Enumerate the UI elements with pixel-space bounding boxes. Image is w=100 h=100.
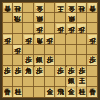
- piece-金-gote[interactable]: 金: [35, 3, 44, 13]
- square-9a[interactable]: 香: [2, 2, 13, 13]
- square-1d[interactable]: 歩: [87, 34, 98, 45]
- square-2i[interactable]: 桂: [77, 87, 88, 98]
- piece-歩-sente[interactable]: 歩: [35, 67, 44, 77]
- square-3f[interactable]: [66, 55, 77, 66]
- square-6i[interactable]: [34, 87, 45, 98]
- square-4h[interactable]: [55, 77, 66, 88]
- square-7a[interactable]: [23, 2, 34, 13]
- piece-香-gote[interactable]: 香: [88, 3, 97, 13]
- square-2c[interactable]: 歩: [77, 23, 88, 34]
- piece-金-gote[interactable]: 金: [67, 3, 76, 13]
- square-4a[interactable]: 王: [55, 2, 66, 13]
- square-5a[interactable]: [45, 2, 56, 13]
- square-5d[interactable]: 歩: [45, 34, 56, 45]
- square-9g[interactable]: 歩: [2, 66, 13, 77]
- square-2f[interactable]: [77, 55, 88, 66]
- piece-桂-gote[interactable]: 桂: [13, 3, 22, 13]
- square-7c[interactable]: [23, 23, 34, 34]
- piece-王-gote[interactable]: 王: [56, 3, 65, 13]
- square-4c[interactable]: 歩: [55, 23, 66, 34]
- square-3h[interactable]: 銀: [66, 77, 77, 88]
- square-8g[interactable]: 歩: [13, 66, 24, 77]
- piece-歩-gote[interactable]: 歩: [3, 35, 12, 45]
- square-4b[interactable]: [55, 13, 66, 24]
- square-7f[interactable]: 歩: [23, 55, 34, 66]
- square-5h[interactable]: [45, 77, 56, 88]
- square-2g[interactable]: 歩: [77, 66, 88, 77]
- piece-角-gote[interactable]: 角: [35, 35, 44, 45]
- square-2a[interactable]: 桂: [77, 2, 88, 13]
- piece-歩-gote[interactable]: 歩: [77, 24, 86, 34]
- piece-歩-gote[interactable]: 歩: [45, 35, 54, 45]
- square-5i[interactable]: 金: [45, 87, 56, 98]
- square-5b[interactable]: [45, 13, 56, 24]
- square-4i[interactable]: 飛: [55, 87, 66, 98]
- square-1h[interactable]: [87, 77, 98, 88]
- square-9b[interactable]: [2, 13, 13, 24]
- piece-歩-sente[interactable]: 歩: [67, 67, 76, 77]
- piece-桂-gote[interactable]: 桂: [77, 3, 86, 13]
- piece-香-sente[interactable]: 香: [3, 88, 12, 98]
- piece-歩-sente[interactable]: 歩: [13, 67, 22, 77]
- piece-歩-gote[interactable]: 歩: [24, 35, 33, 45]
- square-3i[interactable]: 金: [66, 87, 77, 98]
- square-9f[interactable]: [2, 55, 13, 66]
- piece-歩-gote[interactable]: 歩: [13, 45, 22, 55]
- square-4g[interactable]: 歩: [55, 66, 66, 77]
- square-8b[interactable]: 飛: [13, 13, 24, 24]
- piece-歩-sente[interactable]: 歩: [45, 56, 54, 66]
- square-1c[interactable]: [87, 23, 98, 34]
- square-6a[interactable]: 金: [34, 2, 45, 13]
- piece-桂-sente[interactable]: 桂: [77, 88, 86, 98]
- square-7b[interactable]: [23, 13, 34, 24]
- square-9d[interactable]: 歩: [2, 34, 13, 45]
- piece-金-sente[interactable]: 金: [67, 88, 76, 98]
- piece-歩-sente[interactable]: 歩: [3, 67, 12, 77]
- square-5e[interactable]: [45, 45, 56, 56]
- square-6b[interactable]: 銀: [34, 13, 45, 24]
- square-8d[interactable]: [13, 34, 24, 45]
- square-6c[interactable]: 歩: [34, 23, 45, 34]
- square-6d[interactable]: 角: [34, 34, 45, 45]
- square-4d[interactable]: [55, 34, 66, 45]
- square-2h[interactable]: 王: [77, 77, 88, 88]
- square-3a[interactable]: 金: [66, 2, 77, 13]
- piece-歩-sente[interactable]: 歩: [24, 56, 33, 66]
- piece-飛-sente[interactable]: 飛: [56, 88, 65, 98]
- square-8f[interactable]: [13, 55, 24, 66]
- shogi-app: 香桂金王金桂香飛銀銀歩歩歩歩歩歩角歩歩歩歩銀歩歩歩歩角歩歩歩歩銀王香桂金飛金桂香: [0, 0, 100, 100]
- square-2e[interactable]: [77, 45, 88, 56]
- piece-桂-sente[interactable]: 桂: [13, 88, 22, 98]
- square-8c[interactable]: [13, 23, 24, 34]
- square-8e[interactable]: 歩: [13, 45, 24, 56]
- square-6f[interactable]: 銀: [34, 55, 45, 66]
- piece-歩-gote[interactable]: 歩: [67, 24, 76, 34]
- square-5f[interactable]: 歩: [45, 55, 56, 66]
- piece-歩-gote[interactable]: 歩: [56, 24, 65, 34]
- square-4f[interactable]: [55, 55, 66, 66]
- piece-歩-sente[interactable]: 歩: [56, 67, 65, 77]
- square-8i[interactable]: 桂: [13, 87, 24, 98]
- square-6h[interactable]: [34, 77, 45, 88]
- piece-金-sente[interactable]: 金: [45, 88, 54, 98]
- square-6e[interactable]: [34, 45, 45, 56]
- square-8a[interactable]: 桂: [13, 2, 24, 13]
- square-6g[interactable]: 歩: [34, 66, 45, 77]
- square-9c[interactable]: [2, 23, 13, 34]
- piece-歩-sente[interactable]: 歩: [77, 67, 86, 77]
- square-3g[interactable]: 歩: [66, 66, 77, 77]
- piece-角-sente[interactable]: 角: [24, 67, 33, 77]
- square-7h[interactable]: [23, 77, 34, 88]
- square-4e[interactable]: [55, 45, 66, 56]
- square-8h[interactable]: [13, 77, 24, 88]
- square-9i[interactable]: 香: [2, 87, 13, 98]
- piece-香-sente[interactable]: 香: [88, 88, 97, 98]
- square-1i[interactable]: 香: [87, 87, 98, 98]
- square-1a[interactable]: 香: [87, 2, 98, 13]
- shogi-board: 香桂金王金桂香飛銀銀歩歩歩歩歩歩角歩歩歩歩銀歩歩歩歩角歩歩歩歩銀王香桂金飛金桂香: [2, 2, 98, 98]
- piece-銀-gote[interactable]: 銀: [35, 13, 44, 23]
- square-9e[interactable]: [2, 45, 13, 56]
- piece-王-sente[interactable]: 王: [77, 77, 86, 87]
- square-7i[interactable]: [23, 87, 34, 98]
- square-1f[interactable]: 歩: [87, 55, 98, 66]
- square-7d[interactable]: 歩: [23, 34, 34, 45]
- piece-歩-sente[interactable]: 歩: [88, 56, 97, 66]
- piece-銀-gote[interactable]: 銀: [67, 13, 76, 23]
- square-5c[interactable]: [45, 23, 56, 34]
- square-3e[interactable]: [66, 45, 77, 56]
- piece-銀-sente[interactable]: 銀: [35, 56, 44, 66]
- square-3c[interactable]: 歩: [66, 23, 77, 34]
- square-2d[interactable]: [77, 34, 88, 45]
- square-3d[interactable]: [66, 34, 77, 45]
- square-3b[interactable]: 銀: [66, 13, 77, 24]
- square-7g[interactable]: 角: [23, 66, 34, 77]
- square-5g[interactable]: [45, 66, 56, 77]
- piece-香-gote[interactable]: 香: [3, 3, 12, 13]
- piece-飛-gote[interactable]: 飛: [13, 13, 22, 23]
- square-2b[interactable]: [77, 13, 88, 24]
- square-7e[interactable]: [23, 45, 34, 56]
- square-1b[interactable]: [87, 13, 98, 24]
- board-grid: 香桂金王金桂香飛銀銀歩歩歩歩歩歩角歩歩歩歩銀歩歩歩歩角歩歩歩歩銀王香桂金飛金桂香: [2, 2, 98, 98]
- piece-歩-gote[interactable]: 歩: [35, 24, 44, 34]
- square-9h[interactable]: [2, 77, 13, 88]
- square-1g[interactable]: [87, 66, 98, 77]
- piece-歩-gote[interactable]: 歩: [88, 35, 97, 45]
- piece-銀-sente[interactable]: 銀: [67, 77, 76, 87]
- square-1e[interactable]: [87, 45, 98, 56]
